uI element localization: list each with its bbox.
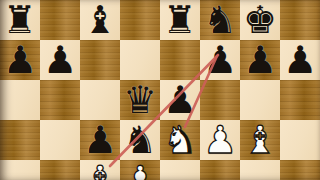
square-h4[interactable] (280, 160, 320, 180)
square-g8[interactable]: ♚ (240, 0, 280, 40)
square-h5[interactable] (280, 120, 320, 160)
black-rook-e8[interactable]: ♜ (160, 0, 200, 40)
square-b6[interactable] (40, 80, 80, 120)
white-pawn-f5[interactable]: ♟ (200, 120, 240, 160)
square-e6[interactable]: ♟ (160, 80, 200, 120)
chessboard-screenshot: ♜♝♜♞♚♟♟♟♟♟♛♟♟♞♞♟♝♝♟ (0, 0, 320, 180)
square-f4[interactable] (200, 160, 240, 180)
square-b5[interactable] (40, 120, 80, 160)
square-g5[interactable]: ♝ (240, 120, 280, 160)
white-bishop-c4[interactable]: ♝ (80, 160, 120, 180)
white-pawn-d4[interactable]: ♟ (120, 160, 160, 180)
black-pawn-a7[interactable]: ♟ (0, 40, 40, 80)
white-bishop-g5[interactable]: ♝ (240, 120, 280, 160)
square-c8[interactable]: ♝ (80, 0, 120, 40)
square-c5[interactable]: ♟ (80, 120, 120, 160)
black-pawn-b7[interactable]: ♟ (40, 40, 80, 80)
square-e5[interactable]: ♞ (160, 120, 200, 160)
square-h8[interactable] (280, 0, 320, 40)
white-knight-e5[interactable]: ♞ (160, 120, 200, 160)
square-d4[interactable]: ♟ (120, 160, 160, 180)
square-g4[interactable] (240, 160, 280, 180)
black-king-g8[interactable]: ♚ (240, 0, 280, 40)
black-pawn-h7[interactable]: ♟ (280, 40, 320, 80)
square-h6[interactable] (280, 80, 320, 120)
black-pawn-f7[interactable]: ♟ (200, 40, 240, 80)
square-e8[interactable]: ♜ (160, 0, 200, 40)
square-f7[interactable]: ♟ (200, 40, 240, 80)
square-d7[interactable] (120, 40, 160, 80)
square-b4[interactable] (40, 160, 80, 180)
square-c7[interactable] (80, 40, 120, 80)
square-f5[interactable]: ♟ (200, 120, 240, 160)
square-a7[interactable]: ♟ (0, 40, 40, 80)
square-d8[interactable] (120, 0, 160, 40)
square-a5[interactable] (0, 120, 40, 160)
square-d5[interactable]: ♞ (120, 120, 160, 160)
square-e7[interactable] (160, 40, 200, 80)
square-e4[interactable] (160, 160, 200, 180)
black-pawn-g7[interactable]: ♟ (240, 40, 280, 80)
square-a8[interactable]: ♜ (0, 0, 40, 40)
square-f6[interactable] (200, 80, 240, 120)
square-b7[interactable]: ♟ (40, 40, 80, 80)
square-f8[interactable]: ♞ (200, 0, 240, 40)
square-b8[interactable] (40, 0, 80, 40)
black-bishop-c8[interactable]: ♝ (80, 0, 120, 40)
square-a4[interactable] (0, 160, 40, 180)
square-d6[interactable]: ♛ (120, 80, 160, 120)
square-c4[interactable]: ♝ (80, 160, 120, 180)
black-rook-a8[interactable]: ♜ (0, 0, 40, 40)
square-a6[interactable] (0, 80, 40, 120)
chess-board: ♜♝♜♞♚♟♟♟♟♟♛♟♟♞♞♟♝♝♟ (0, 0, 320, 180)
square-g7[interactable]: ♟ (240, 40, 280, 80)
square-c6[interactable] (80, 80, 120, 120)
black-knight-d5[interactable]: ♞ (120, 120, 160, 160)
square-h7[interactable]: ♟ (280, 40, 320, 80)
square-g6[interactable] (240, 80, 280, 120)
black-pawn-c5[interactable]: ♟ (80, 120, 120, 160)
black-pawn-e6[interactable]: ♟ (160, 80, 200, 120)
black-queen-d6[interactable]: ♛ (120, 80, 160, 120)
black-knight-f8[interactable]: ♞ (200, 0, 240, 40)
